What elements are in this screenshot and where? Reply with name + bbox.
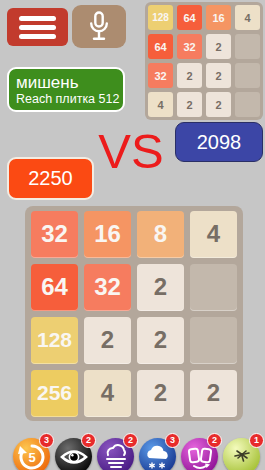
opponent-tile-r4c2-2: 2	[177, 92, 202, 117]
player-tile-r2c2-32: 32	[84, 264, 131, 311]
opponent-score-value: 2098	[197, 131, 242, 154]
opponent-tile-r3c2-2: 2	[177, 63, 202, 88]
powerup-badge: 1	[249, 433, 264, 448]
powerup-undo-5-button[interactable]: 5 3	[13, 438, 50, 470]
powerup-badge: 2	[123, 433, 138, 448]
opponent-tile-r1c1-128: 128	[148, 5, 173, 30]
player-score-value: 2250	[28, 167, 73, 190]
opponent-tile-r2c3-2: 2	[206, 34, 231, 59]
opponent-board: 12864164643223222422	[145, 2, 263, 120]
menu-button[interactable]	[7, 8, 68, 46]
player-board[interactable]: 3216846432212822256422	[25, 206, 243, 421]
player-tile-r4c4-2: 2	[190, 370, 237, 417]
powerup-fog-button[interactable]: 2	[97, 438, 134, 470]
opponent-tile-r1c3-16: 16	[206, 5, 231, 30]
powerup-freeze-button[interactable]: 3	[139, 438, 176, 470]
powerup-badge: 3	[39, 433, 54, 448]
player-tile-r2c4-empty	[190, 264, 237, 311]
target-subtitle: Reach плитка 512	[16, 92, 123, 107]
microphone-icon	[87, 11, 111, 43]
opponent-tile-r3c4-empty	[235, 63, 260, 88]
powerup-badge: 3	[165, 433, 180, 448]
powerup-badge: 2	[81, 433, 96, 448]
opponent-tile-r1c4-4: 4	[235, 5, 260, 30]
player-tile-r3c3-2: 2	[137, 317, 184, 364]
player-tile-r4c1-256: 256	[31, 370, 78, 417]
opponent-tile-r2c1-64: 64	[148, 34, 173, 59]
player-tile-r2c3-2: 2	[137, 264, 184, 311]
player-tile-r3c1-128: 128	[31, 317, 78, 364]
player-tile-r1c3-8: 8	[137, 211, 184, 258]
target-title: мишень	[16, 73, 123, 92]
opponent-tile-r3c3-2: 2	[206, 63, 231, 88]
player-tile-r4c2-4: 4	[84, 370, 131, 417]
player-score: 2250	[7, 157, 94, 200]
powerup-bar: 5 3 2 2 3	[0, 438, 265, 470]
player-tile-r2c1-64: 64	[31, 264, 78, 311]
player-tile-r3c4-empty	[190, 317, 237, 364]
opponent-tile-r2c2-32: 32	[177, 34, 202, 59]
player-tile-r1c2-16: 16	[84, 211, 131, 258]
player-tile-r1c4-4: 4	[190, 211, 237, 258]
powerup-eye-button[interactable]: 2	[55, 438, 92, 470]
powerup-bug-button[interactable]: 1	[223, 438, 260, 470]
opponent-tile-r2c4-empty	[235, 34, 260, 59]
svg-text:5: 5	[28, 450, 35, 465]
player-tile-r3c2-2: 2	[84, 317, 131, 364]
opponent-tile-r4c4-empty	[235, 92, 260, 117]
target-box: мишень Reach плитка 512	[7, 67, 125, 112]
opponent-tile-r4c3-2: 2	[206, 92, 231, 117]
powerup-badge: 2	[207, 433, 222, 448]
opponent-score: 2098	[175, 122, 263, 162]
vs-label: VS	[96, 125, 166, 177]
opponent-tile-r3c1-32: 32	[148, 63, 173, 88]
opponent-tile-r4c1-4: 4	[148, 92, 173, 117]
powerup-swap-button[interactable]: 2	[181, 438, 218, 470]
player-tile-r4c3-2: 2	[137, 370, 184, 417]
microphone-button[interactable]	[72, 5, 126, 48]
opponent-tile-r1c2-64: 64	[177, 5, 202, 30]
player-tile-r1c1-32: 32	[31, 211, 78, 258]
